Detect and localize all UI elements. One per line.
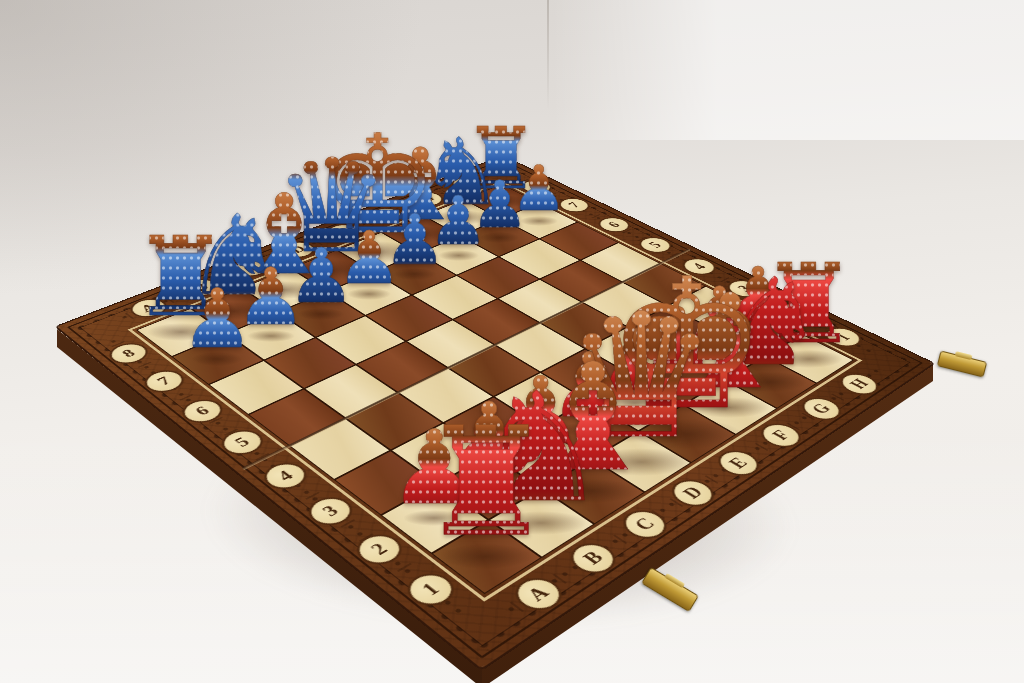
piece-white-rook-a1[interactable]: ♜: [410, 407, 563, 560]
wall-seam-line: [547, 0, 549, 110]
rook-glyph: ♜: [410, 407, 563, 557]
pawn-glyph: ♟: [176, 278, 259, 360]
piece-black-pawn-a7[interactable]: ♟: [176, 278, 259, 361]
photo-scene: AABBCCDDEEFFGGHH1122334455667788 ♜♞♝♛♚♝♞…: [0, 0, 1024, 683]
wall-highlight: [552, 0, 1024, 140]
